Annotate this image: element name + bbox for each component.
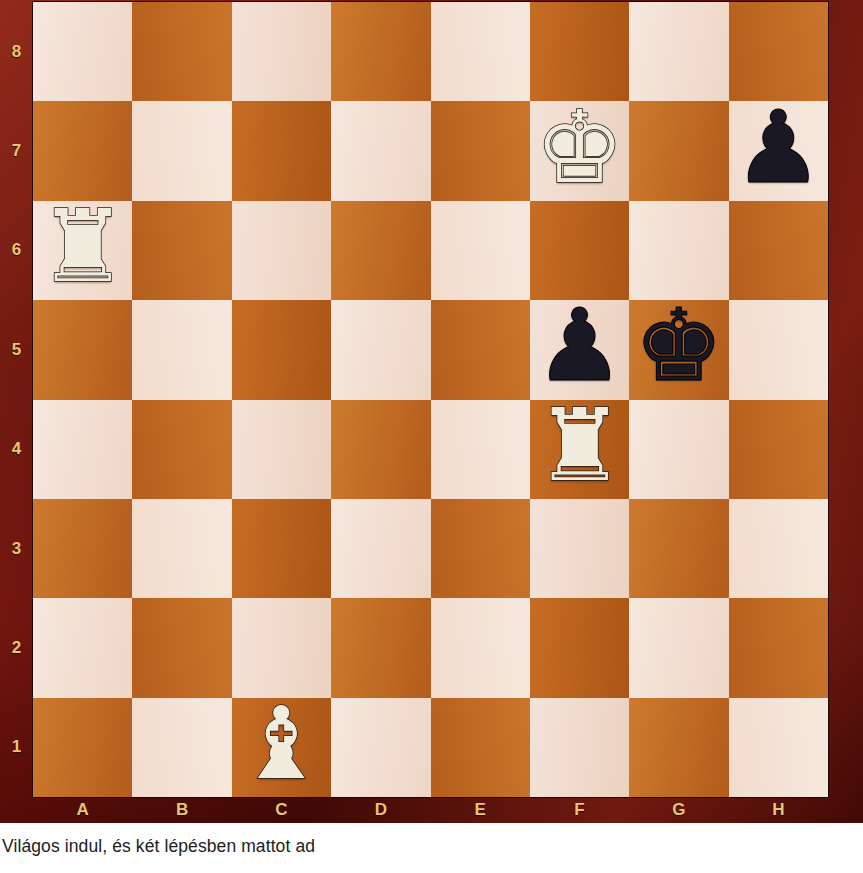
square-h7[interactable]: ♟	[729, 101, 828, 200]
square-e7[interactable]	[431, 101, 530, 200]
square-a7[interactable]	[33, 101, 132, 200]
square-f4[interactable]: ♜	[530, 400, 629, 499]
square-c1[interactable]: ♝	[232, 698, 331, 797]
square-f7[interactable]: ♚	[530, 101, 629, 200]
square-e6[interactable]	[431, 201, 530, 300]
square-a5[interactable]	[33, 300, 132, 399]
file-label-b: B	[132, 797, 231, 823]
square-e2[interactable]	[431, 598, 530, 697]
rank-label-2: 2	[0, 598, 33, 697]
rank-label-8: 8	[0, 2, 33, 101]
square-f6[interactable]	[530, 201, 629, 300]
square-h1[interactable]	[729, 698, 828, 797]
square-h6[interactable]	[729, 201, 828, 300]
square-d3[interactable]	[331, 499, 430, 598]
file-label-h: H	[729, 797, 828, 823]
square-b1[interactable]	[132, 698, 231, 797]
square-f1[interactable]	[530, 698, 629, 797]
black-pawn[interactable]: ♟	[535, 296, 625, 395]
square-h5[interactable]	[729, 300, 828, 399]
square-d1[interactable]	[331, 698, 430, 797]
square-c8[interactable]	[232, 2, 331, 101]
square-a8[interactable]	[33, 2, 132, 101]
file-label-g: G	[629, 797, 728, 823]
square-a1[interactable]	[33, 698, 132, 797]
square-d8[interactable]	[331, 2, 430, 101]
square-h2[interactable]	[729, 598, 828, 697]
square-h4[interactable]	[729, 400, 828, 499]
square-h8[interactable]	[729, 2, 828, 101]
black-king[interactable]: ♚	[634, 296, 724, 395]
square-d4[interactable]	[331, 400, 430, 499]
file-label-a: A	[33, 797, 132, 823]
square-b2[interactable]	[132, 598, 231, 697]
square-h3[interactable]	[729, 499, 828, 598]
caption: Világos indul, és két lépésben mattot ad	[2, 836, 863, 857]
square-g3[interactable]	[629, 499, 728, 598]
square-b5[interactable]	[132, 300, 231, 399]
square-c4[interactable]	[232, 400, 331, 499]
square-f2[interactable]	[530, 598, 629, 697]
square-g4[interactable]	[629, 400, 728, 499]
rank-label-7: 7	[0, 101, 33, 200]
square-b3[interactable]	[132, 499, 231, 598]
square-d5[interactable]	[331, 300, 430, 399]
white-king[interactable]: ♚	[535, 98, 625, 197]
file-label-f: F	[530, 797, 629, 823]
white-rook[interactable]: ♜	[38, 197, 128, 296]
file-label-d: D	[331, 797, 430, 823]
square-d6[interactable]	[331, 201, 430, 300]
square-b6[interactable]	[132, 201, 231, 300]
square-f5[interactable]: ♟	[530, 300, 629, 399]
square-d7[interactable]	[331, 101, 430, 200]
square-g5[interactable]: ♚	[629, 300, 728, 399]
white-rook[interactable]: ♜	[535, 396, 625, 495]
square-b7[interactable]	[132, 101, 231, 200]
square-g8[interactable]	[629, 2, 728, 101]
rank-label-1: 1	[0, 698, 33, 797]
rank-label-5: 5	[0, 300, 33, 399]
square-a3[interactable]	[33, 499, 132, 598]
chess-board: ♚♟♜♟♚♜♝ 87654321ABCDEFGH	[0, 0, 863, 823]
square-b8[interactable]	[132, 2, 231, 101]
black-pawn[interactable]: ♟	[733, 98, 823, 197]
square-a6[interactable]: ♜	[33, 201, 132, 300]
square-c2[interactable]	[232, 598, 331, 697]
file-label-c: C	[232, 797, 331, 823]
rank-label-6: 6	[0, 201, 33, 300]
square-a2[interactable]	[33, 598, 132, 697]
square-g7[interactable]	[629, 101, 728, 200]
square-e5[interactable]	[431, 300, 530, 399]
square-e8[interactable]	[431, 2, 530, 101]
square-f3[interactable]	[530, 499, 629, 598]
square-c7[interactable]	[232, 101, 331, 200]
square-e1[interactable]	[431, 698, 530, 797]
square-g2[interactable]	[629, 598, 728, 697]
square-c6[interactable]	[232, 201, 331, 300]
square-g6[interactable]	[629, 201, 728, 300]
square-e3[interactable]	[431, 499, 530, 598]
square-b4[interactable]	[132, 400, 231, 499]
rank-label-3: 3	[0, 499, 33, 598]
board-grid: ♚♟♜♟♚♜♝	[33, 2, 828, 797]
file-label-e: E	[431, 797, 530, 823]
square-e4[interactable]	[431, 400, 530, 499]
square-g1[interactable]	[629, 698, 728, 797]
white-bishop[interactable]: ♝	[237, 694, 327, 793]
square-c3[interactable]	[232, 499, 331, 598]
square-f8[interactable]	[530, 2, 629, 101]
square-d2[interactable]	[331, 598, 430, 697]
square-c5[interactable]	[232, 300, 331, 399]
rank-label-4: 4	[0, 400, 33, 499]
square-a4[interactable]	[33, 400, 132, 499]
